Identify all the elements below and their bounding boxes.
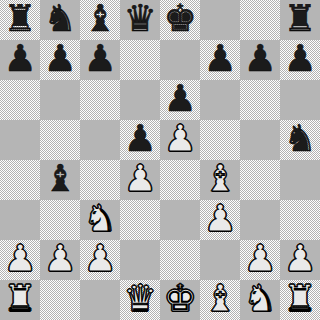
- square-g1[interactable]: ♞: [240, 280, 280, 320]
- black-bishop-b4[interactable]: ♝: [40, 160, 80, 199]
- square-a2[interactable]: ♟: [0, 240, 40, 280]
- black-queen-d8[interactable]: ♛: [120, 0, 160, 39]
- square-a6[interactable]: [0, 80, 40, 120]
- square-e7[interactable]: [160, 40, 200, 80]
- square-f3[interactable]: ♟: [200, 200, 240, 240]
- square-e8[interactable]: ♚: [160, 0, 200, 40]
- square-h4[interactable]: [280, 160, 320, 200]
- square-b2[interactable]: ♟: [40, 240, 80, 280]
- white-king-e1[interactable]: ♚: [160, 280, 200, 319]
- square-h2[interactable]: ♟: [280, 240, 320, 280]
- square-c2[interactable]: ♟: [80, 240, 120, 280]
- square-b8[interactable]: ♞: [40, 0, 80, 40]
- square-g7[interactable]: ♟: [240, 40, 280, 80]
- black-rook-h8[interactable]: ♜: [280, 0, 320, 39]
- white-rook-a1[interactable]: ♜: [0, 280, 40, 319]
- square-h3[interactable]: [280, 200, 320, 240]
- square-g2[interactable]: ♟: [240, 240, 280, 280]
- square-d2[interactable]: [120, 240, 160, 280]
- white-bishop-f4[interactable]: ♝: [200, 160, 240, 199]
- white-pawn-d4[interactable]: ♟: [120, 160, 160, 199]
- square-b3[interactable]: [40, 200, 80, 240]
- square-d1[interactable]: ♛: [120, 280, 160, 320]
- square-f2[interactable]: [200, 240, 240, 280]
- square-a7[interactable]: ♟: [0, 40, 40, 80]
- square-b5[interactable]: [40, 120, 80, 160]
- square-h1[interactable]: ♜: [280, 280, 320, 320]
- black-rook-a8[interactable]: ♜: [0, 0, 40, 39]
- square-g6[interactable]: [240, 80, 280, 120]
- square-e6[interactable]: ♟: [160, 80, 200, 120]
- square-h5[interactable]: ♞: [280, 120, 320, 160]
- square-c8[interactable]: ♝: [80, 0, 120, 40]
- square-c6[interactable]: [80, 80, 120, 120]
- square-e2[interactable]: [160, 240, 200, 280]
- square-d8[interactable]: ♛: [120, 0, 160, 40]
- square-a8[interactable]: ♜: [0, 0, 40, 40]
- chess-app-window: ♜♞♝♛♚♜♟♟♟♟♟♟♟♟♟♞♝♟♝♞♟♟♟♟♟♟♜♛♚♝♞♜: [0, 0, 320, 320]
- square-c7[interactable]: ♟: [80, 40, 120, 80]
- square-d4[interactable]: ♟: [120, 160, 160, 200]
- black-bishop-c8[interactable]: ♝: [80, 0, 120, 39]
- white-knight-g1[interactable]: ♞: [240, 280, 280, 319]
- black-knight-b8[interactable]: ♞: [40, 0, 80, 39]
- chess-board: ♜♞♝♛♚♜♟♟♟♟♟♟♟♟♟♞♝♟♝♞♟♟♟♟♟♟♜♛♚♝♞♜: [0, 0, 320, 320]
- square-f7[interactable]: ♟: [200, 40, 240, 80]
- square-f4[interactable]: ♝: [200, 160, 240, 200]
- square-e5[interactable]: ♟: [160, 120, 200, 160]
- square-f1[interactable]: ♝: [200, 280, 240, 320]
- square-a5[interactable]: [0, 120, 40, 160]
- black-pawn-b7[interactable]: ♟: [40, 40, 80, 79]
- square-c5[interactable]: [80, 120, 120, 160]
- square-c3[interactable]: ♞: [80, 200, 120, 240]
- square-d7[interactable]: [120, 40, 160, 80]
- black-pawn-e6[interactable]: ♟: [160, 80, 200, 119]
- white-queen-d1[interactable]: ♛: [120, 280, 160, 319]
- black-pawn-g7[interactable]: ♟: [240, 40, 280, 79]
- square-f6[interactable]: [200, 80, 240, 120]
- white-pawn-e5[interactable]: ♟: [160, 120, 200, 159]
- white-pawn-f3[interactable]: ♟: [200, 200, 240, 239]
- black-pawn-a7[interactable]: ♟: [0, 40, 40, 79]
- white-pawn-c2[interactable]: ♟: [80, 240, 120, 279]
- square-d6[interactable]: [120, 80, 160, 120]
- white-pawn-g2[interactable]: ♟: [240, 240, 280, 279]
- square-a3[interactable]: [0, 200, 40, 240]
- square-h7[interactable]: ♟: [280, 40, 320, 80]
- white-pawn-a2[interactable]: ♟: [0, 240, 40, 279]
- white-pawn-h2[interactable]: ♟: [280, 240, 320, 279]
- white-bishop-f1[interactable]: ♝: [200, 280, 240, 319]
- square-d3[interactable]: [120, 200, 160, 240]
- square-c4[interactable]: [80, 160, 120, 200]
- black-king-e8[interactable]: ♚: [160, 0, 200, 39]
- white-knight-c3[interactable]: ♞: [80, 200, 120, 239]
- black-pawn-d5[interactable]: ♟: [120, 120, 160, 159]
- square-h8[interactable]: ♜: [280, 0, 320, 40]
- square-f8[interactable]: [200, 0, 240, 40]
- square-e1[interactable]: ♚: [160, 280, 200, 320]
- square-b6[interactable]: [40, 80, 80, 120]
- square-h6[interactable]: [280, 80, 320, 120]
- white-rook-h1[interactable]: ♜: [280, 280, 320, 319]
- black-pawn-h7[interactable]: ♟: [280, 40, 320, 79]
- square-g4[interactable]: [240, 160, 280, 200]
- square-c1[interactable]: [80, 280, 120, 320]
- square-a1[interactable]: ♜: [0, 280, 40, 320]
- square-b4[interactable]: ♝: [40, 160, 80, 200]
- black-pawn-c7[interactable]: ♟: [80, 40, 120, 79]
- square-e3[interactable]: [160, 200, 200, 240]
- square-g8[interactable]: [240, 0, 280, 40]
- square-g3[interactable]: [240, 200, 280, 240]
- square-f5[interactable]: [200, 120, 240, 160]
- black-knight-h5[interactable]: ♞: [280, 120, 320, 159]
- square-a4[interactable]: [0, 160, 40, 200]
- square-e4[interactable]: [160, 160, 200, 200]
- square-b1[interactable]: [40, 280, 80, 320]
- white-pawn-b2[interactable]: ♟: [40, 240, 80, 279]
- square-d5[interactable]: ♟: [120, 120, 160, 160]
- square-b7[interactable]: ♟: [40, 40, 80, 80]
- black-pawn-f7[interactable]: ♟: [200, 40, 240, 79]
- square-g5[interactable]: [240, 120, 280, 160]
